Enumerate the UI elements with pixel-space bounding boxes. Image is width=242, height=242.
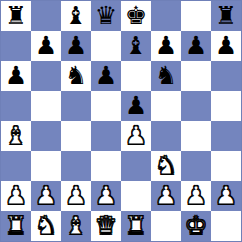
square-g1[interactable]: ♚: [181, 211, 211, 241]
square-b4[interactable]: [31, 121, 61, 151]
black-pawn-icon[interactable]: ♟: [91, 61, 121, 91]
square-d8[interactable]: ♛: [91, 1, 121, 31]
square-d1[interactable]: ♛: [91, 211, 121, 241]
white-knight-icon[interactable]: ♞: [31, 211, 61, 241]
black-bishop-icon[interactable]: ♝: [121, 31, 151, 61]
square-g2[interactable]: ♟: [181, 181, 211, 211]
square-g6[interactable]: [181, 61, 211, 91]
square-e2[interactable]: [121, 181, 151, 211]
white-bishop-icon[interactable]: ♝: [61, 211, 91, 241]
square-b7[interactable]: ♟: [31, 31, 61, 61]
black-pawn-icon[interactable]: ♟: [121, 91, 151, 121]
white-pawn-icon[interactable]: ♟: [151, 181, 181, 211]
square-d2[interactable]: ♟: [91, 181, 121, 211]
white-pawn-icon[interactable]: ♟: [31, 181, 61, 211]
square-g3[interactable]: [181, 151, 211, 181]
white-queen-icon[interactable]: ♛: [91, 211, 121, 241]
square-h1[interactable]: [211, 211, 241, 241]
square-b1[interactable]: ♞: [31, 211, 61, 241]
chess-diagram: ♜♝♛♚♜♟♟♝♟♟♟♟♞♟♞♟♝♟♞♟♟♟♟♟♟♟♜♞♝♛♜♚: [0, 0, 242, 242]
square-f7[interactable]: ♟: [151, 31, 181, 61]
square-c3[interactable]: [61, 151, 91, 181]
square-f8[interactable]: [151, 1, 181, 31]
square-e5[interactable]: ♟: [121, 91, 151, 121]
square-h2[interactable]: ♟: [211, 181, 241, 211]
square-b3[interactable]: [31, 151, 61, 181]
white-bishop-icon[interactable]: ♝: [1, 121, 31, 151]
white-rook-icon[interactable]: ♜: [121, 211, 151, 241]
white-pawn-icon[interactable]: ♟: [181, 181, 211, 211]
square-g4[interactable]: [181, 121, 211, 151]
square-e4[interactable]: ♟: [121, 121, 151, 151]
black-pawn-icon[interactable]: ♟: [31, 31, 61, 61]
square-a1[interactable]: ♜: [1, 211, 31, 241]
square-e3[interactable]: [121, 151, 151, 181]
white-pawn-icon[interactable]: ♟: [121, 121, 151, 151]
white-king-icon[interactable]: ♚: [181, 211, 211, 241]
square-h3[interactable]: [211, 151, 241, 181]
square-a4[interactable]: ♝: [1, 121, 31, 151]
square-h4[interactable]: [211, 121, 241, 151]
square-h6[interactable]: [211, 61, 241, 91]
square-a8[interactable]: ♜: [1, 1, 31, 31]
square-a3[interactable]: [1, 151, 31, 181]
square-e6[interactable]: [121, 61, 151, 91]
square-c7[interactable]: ♟: [61, 31, 91, 61]
square-f1[interactable]: [151, 211, 181, 241]
square-d5[interactable]: [91, 91, 121, 121]
square-f5[interactable]: [151, 91, 181, 121]
square-g7[interactable]: ♟: [181, 31, 211, 61]
black-pawn-icon[interactable]: ♟: [61, 31, 91, 61]
black-knight-icon[interactable]: ♞: [61, 61, 91, 91]
white-pawn-icon[interactable]: ♟: [1, 181, 31, 211]
black-queen-icon[interactable]: ♛: [91, 1, 121, 31]
white-pawn-icon[interactable]: ♟: [211, 181, 241, 211]
square-c4[interactable]: [61, 121, 91, 151]
square-a2[interactable]: ♟: [1, 181, 31, 211]
white-rook-icon[interactable]: ♜: [1, 211, 31, 241]
black-pawn-icon[interactable]: ♟: [1, 61, 31, 91]
square-d3[interactable]: [91, 151, 121, 181]
square-c8[interactable]: ♝: [61, 1, 91, 31]
square-f2[interactable]: ♟: [151, 181, 181, 211]
white-pawn-icon[interactable]: ♟: [91, 181, 121, 211]
chess-board: ♜♝♛♚♜♟♟♝♟♟♟♟♞♟♞♟♝♟♞♟♟♟♟♟♟♟♜♞♝♛♜♚: [0, 0, 242, 242]
black-pawn-icon[interactable]: ♟: [211, 31, 241, 61]
black-pawn-icon[interactable]: ♟: [151, 31, 181, 61]
square-c6[interactable]: ♞: [61, 61, 91, 91]
square-c2[interactable]: ♟: [61, 181, 91, 211]
square-e8[interactable]: ♚: [121, 1, 151, 31]
square-g8[interactable]: [181, 1, 211, 31]
black-knight-icon[interactable]: ♞: [151, 61, 181, 91]
white-knight-icon[interactable]: ♞: [151, 151, 181, 181]
square-b8[interactable]: [31, 1, 61, 31]
square-c1[interactable]: ♝: [61, 211, 91, 241]
square-b6[interactable]: [31, 61, 61, 91]
square-e1[interactable]: ♜: [121, 211, 151, 241]
square-c5[interactable]: [61, 91, 91, 121]
square-a6[interactable]: ♟: [1, 61, 31, 91]
black-bishop-icon[interactable]: ♝: [61, 1, 91, 31]
square-g5[interactable]: [181, 91, 211, 121]
square-a7[interactable]: [1, 31, 31, 61]
black-rook-icon[interactable]: ♜: [1, 1, 31, 31]
square-d7[interactable]: [91, 31, 121, 61]
square-f6[interactable]: ♞: [151, 61, 181, 91]
square-h5[interactable]: [211, 91, 241, 121]
black-pawn-icon[interactable]: ♟: [181, 31, 211, 61]
black-rook-icon[interactable]: ♜: [211, 1, 241, 31]
square-d4[interactable]: [91, 121, 121, 151]
square-b2[interactable]: ♟: [31, 181, 61, 211]
white-pawn-icon[interactable]: ♟: [61, 181, 91, 211]
square-d6[interactable]: ♟: [91, 61, 121, 91]
square-e7[interactable]: ♝: [121, 31, 151, 61]
square-h7[interactable]: ♟: [211, 31, 241, 61]
square-f3[interactable]: ♞: [151, 151, 181, 181]
square-a5[interactable]: [1, 91, 31, 121]
square-b5[interactable]: [31, 91, 61, 121]
square-f4[interactable]: [151, 121, 181, 151]
square-h8[interactable]: ♜: [211, 1, 241, 31]
black-king-icon[interactable]: ♚: [121, 1, 151, 31]
